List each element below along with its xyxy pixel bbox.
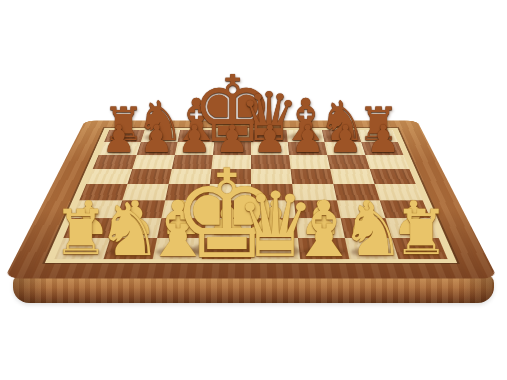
square-a5	[86, 169, 132, 184]
square-g5	[330, 169, 374, 184]
piece-black-pawn: ♟	[140, 121, 174, 159]
piece-black-pawn: ♟	[102, 121, 136, 159]
piece-black-pawn: ♟	[291, 121, 325, 159]
piece-black-pawn: ♟	[366, 121, 400, 159]
piece-black-pawn: ♟	[328, 121, 362, 159]
square-b5	[127, 169, 171, 184]
square-h5	[370, 169, 416, 184]
piece-white-rook: ♜	[394, 203, 450, 265]
chess-set-photo: ♜♞♝♚♛♝♞♜♟♟♟♟♟♟♟♟♟♟♟♟♟♟♟♟♜♞♝♚♛♝♞♜	[0, 0, 507, 380]
